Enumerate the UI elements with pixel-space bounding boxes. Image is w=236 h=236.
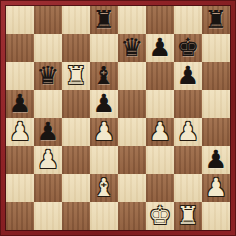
square-d1[interactable] — [90, 202, 118, 230]
square-h3[interactable]: ♟ — [202, 146, 230, 174]
square-h6[interactable] — [202, 62, 230, 90]
piece-white-rook[interactable]: ♜ — [177, 203, 199, 228]
square-a3[interactable] — [6, 146, 34, 174]
square-c6[interactable]: ♜ — [62, 62, 90, 90]
square-a4[interactable]: ♟ — [6, 118, 34, 146]
square-b2[interactable] — [34, 174, 62, 202]
square-d8[interactable]: ♜ — [90, 6, 118, 34]
square-f5[interactable] — [146, 90, 174, 118]
square-f3[interactable] — [146, 146, 174, 174]
square-a7[interactable] — [6, 34, 34, 62]
square-f6[interactable] — [146, 62, 174, 90]
square-b7[interactable] — [34, 34, 62, 62]
square-e3[interactable] — [118, 146, 146, 174]
piece-white-king[interactable]: ♚ — [149, 203, 171, 228]
square-e4[interactable] — [118, 118, 146, 146]
square-f2[interactable] — [146, 174, 174, 202]
piece-black-pawn[interactable]: ♟ — [37, 119, 59, 144]
square-c2[interactable] — [62, 174, 90, 202]
square-a6[interactable] — [6, 62, 34, 90]
square-b5[interactable] — [34, 90, 62, 118]
square-f7[interactable]: ♟ — [146, 34, 174, 62]
square-g7[interactable]: ♚ — [174, 34, 202, 62]
square-e1[interactable] — [118, 202, 146, 230]
piece-black-pawn[interactable]: ♟ — [9, 91, 31, 116]
piece-white-pawn[interactable]: ♟ — [205, 175, 227, 200]
square-g1[interactable]: ♜ — [174, 202, 202, 230]
piece-white-pawn[interactable]: ♟ — [37, 147, 59, 172]
square-e6[interactable] — [118, 62, 146, 90]
square-f4[interactable]: ♟ — [146, 118, 174, 146]
piece-black-queen[interactable]: ♛ — [37, 63, 59, 88]
piece-white-pawn[interactable]: ♟ — [149, 119, 171, 144]
square-g4[interactable]: ♟ — [174, 118, 202, 146]
piece-black-bishop[interactable]: ♝ — [93, 63, 115, 88]
piece-black-pawn[interactable]: ♟ — [205, 147, 227, 172]
square-c1[interactable] — [62, 202, 90, 230]
square-b4[interactable]: ♟ — [34, 118, 62, 146]
piece-black-rook[interactable]: ♜ — [205, 7, 227, 32]
chess-board[interactable]: ♜♜♛♟♚♛♜♝♟♟♟♟♟♟♟♟♟♟♝♟♚♜ — [6, 6, 230, 230]
square-d2[interactable]: ♝ — [90, 174, 118, 202]
square-g5[interactable] — [174, 90, 202, 118]
piece-black-pawn[interactable]: ♟ — [177, 63, 199, 88]
square-h2[interactable]: ♟ — [202, 174, 230, 202]
piece-white-pawn[interactable]: ♟ — [93, 119, 115, 144]
square-g8[interactable] — [174, 6, 202, 34]
square-c7[interactable] — [62, 34, 90, 62]
square-c4[interactable] — [62, 118, 90, 146]
square-b6[interactable]: ♛ — [34, 62, 62, 90]
piece-white-pawn[interactable]: ♟ — [9, 119, 31, 144]
piece-black-king[interactable]: ♚ — [177, 35, 199, 60]
piece-black-pawn[interactable]: ♟ — [149, 35, 171, 60]
square-f8[interactable] — [146, 6, 174, 34]
square-a8[interactable] — [6, 6, 34, 34]
square-c5[interactable] — [62, 90, 90, 118]
square-g3[interactable] — [174, 146, 202, 174]
square-b3[interactable]: ♟ — [34, 146, 62, 174]
square-d6[interactable]: ♝ — [90, 62, 118, 90]
square-h7[interactable] — [202, 34, 230, 62]
square-c8[interactable] — [62, 6, 90, 34]
square-e2[interactable] — [118, 174, 146, 202]
square-d5[interactable]: ♟ — [90, 90, 118, 118]
square-d7[interactable] — [90, 34, 118, 62]
square-d3[interactable] — [90, 146, 118, 174]
square-d4[interactable]: ♟ — [90, 118, 118, 146]
square-b1[interactable] — [34, 202, 62, 230]
square-h4[interactable] — [202, 118, 230, 146]
square-g6[interactable]: ♟ — [174, 62, 202, 90]
piece-white-pawn[interactable]: ♟ — [177, 119, 199, 144]
square-a2[interactable] — [6, 174, 34, 202]
piece-white-bishop[interactable]: ♝ — [93, 175, 115, 200]
square-h5[interactable] — [202, 90, 230, 118]
square-e7[interactable]: ♛ — [118, 34, 146, 62]
piece-black-queen[interactable]: ♛ — [121, 35, 143, 60]
square-h1[interactable] — [202, 202, 230, 230]
square-e5[interactable] — [118, 90, 146, 118]
piece-white-rook[interactable]: ♜ — [65, 63, 87, 88]
square-c3[interactable] — [62, 146, 90, 174]
square-g2[interactable] — [174, 174, 202, 202]
board-frame: ♜♜♛♟♚♛♜♝♟♟♟♟♟♟♟♟♟♟♝♟♚♜ — [0, 0, 236, 236]
piece-black-pawn[interactable]: ♟ — [93, 91, 115, 116]
square-b8[interactable] — [34, 6, 62, 34]
square-f1[interactable]: ♚ — [146, 202, 174, 230]
square-e8[interactable] — [118, 6, 146, 34]
piece-black-rook[interactable]: ♜ — [93, 7, 115, 32]
square-a1[interactable] — [6, 202, 34, 230]
square-h8[interactable]: ♜ — [202, 6, 230, 34]
square-a5[interactable]: ♟ — [6, 90, 34, 118]
